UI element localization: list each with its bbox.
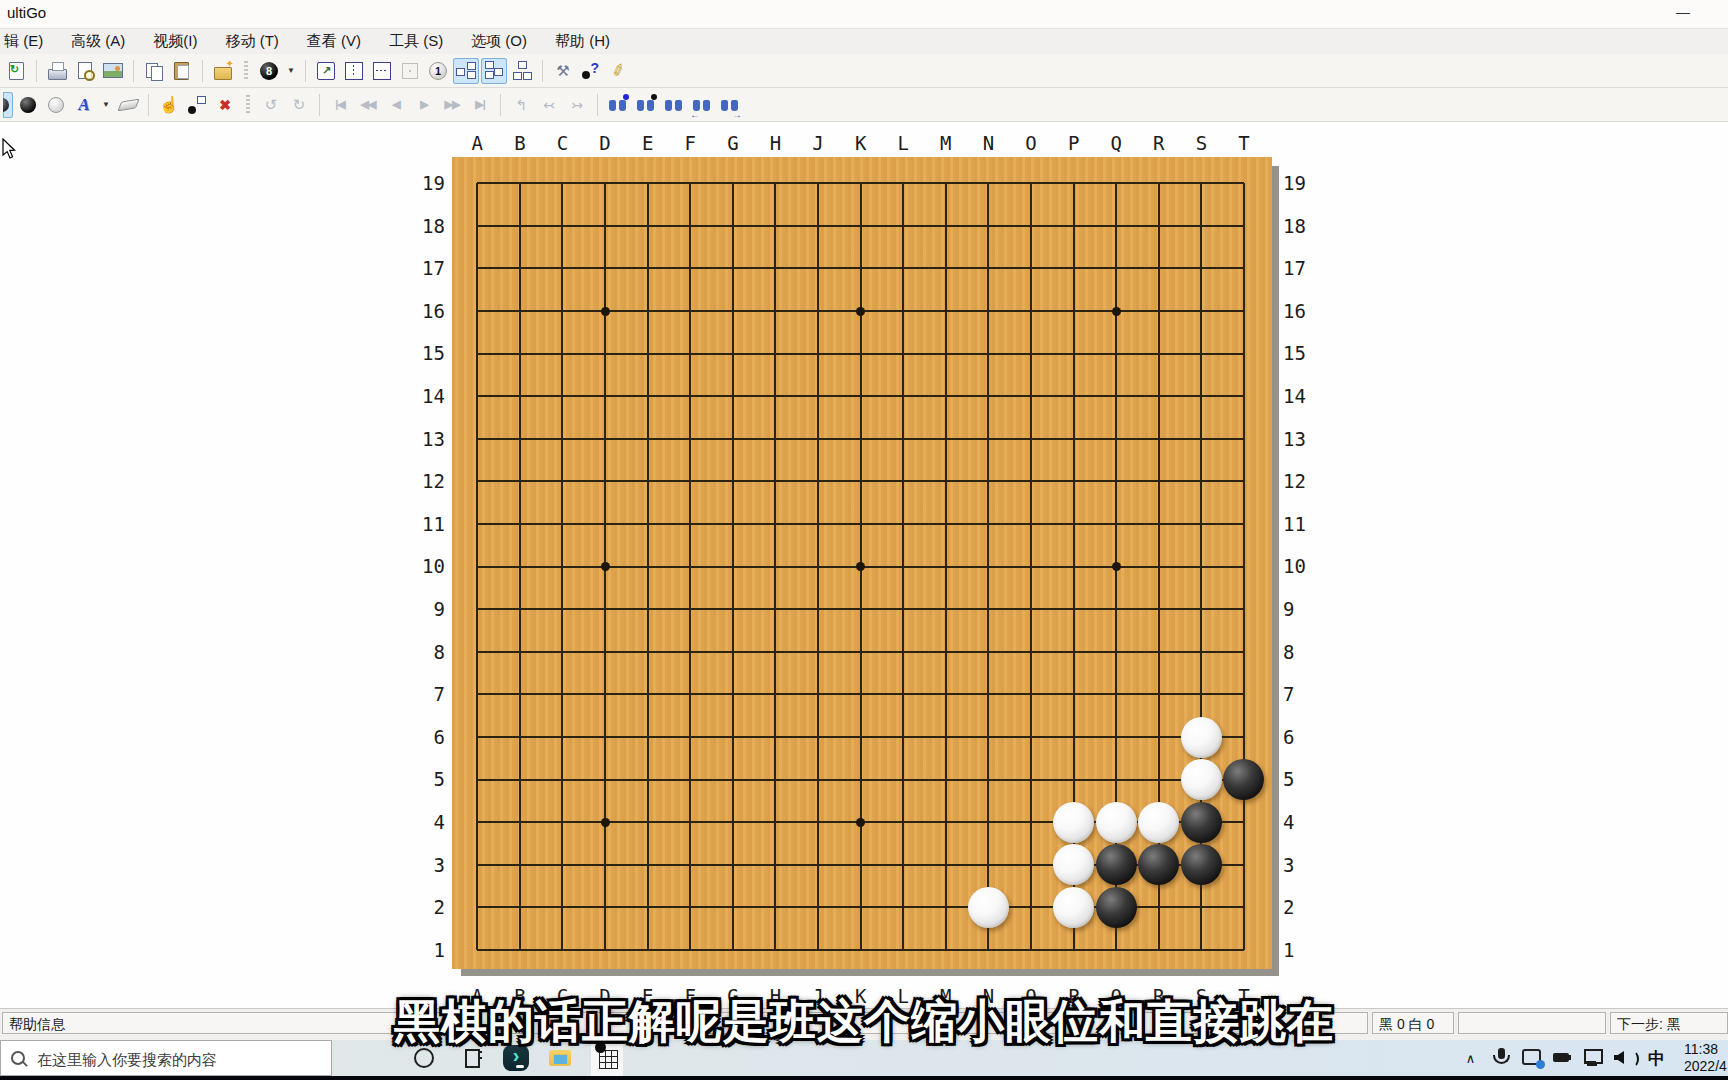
point-K10[interactable] — [839, 545, 882, 588]
point-F5[interactable] — [669, 758, 712, 801]
point-T17[interactable] — [1223, 247, 1266, 290]
point-B3[interactable] — [499, 844, 542, 887]
point-D2[interactable] — [584, 886, 627, 929]
point-L18[interactable] — [882, 205, 925, 248]
point-S6[interactable] — [1180, 716, 1223, 759]
point-O5[interactable] — [1010, 758, 1053, 801]
point-E11[interactable] — [626, 503, 669, 546]
point-L9[interactable] — [882, 588, 925, 631]
point-J8[interactable] — [797, 631, 840, 674]
point-D15[interactable] — [584, 332, 627, 375]
find-comment-button[interactable] — [633, 92, 659, 118]
point-P14[interactable] — [1052, 375, 1095, 418]
point-P19[interactable] — [1052, 162, 1095, 205]
point-C11[interactable] — [541, 503, 584, 546]
point-L7[interactable] — [882, 673, 925, 716]
point-B7[interactable] — [499, 673, 542, 716]
tree-layout-horizontal-button[interactable] — [453, 58, 479, 84]
point-N12[interactable] — [967, 460, 1010, 503]
point-H11[interactable] — [754, 503, 797, 546]
point-T10[interactable] — [1223, 545, 1266, 588]
point-P18[interactable] — [1052, 205, 1095, 248]
point-H19[interactable] — [754, 162, 797, 205]
point-R2[interactable] — [1138, 886, 1181, 929]
point-S17[interactable] — [1180, 247, 1223, 290]
point-J10[interactable] — [797, 545, 840, 588]
point-O19[interactable] — [1010, 162, 1053, 205]
point-N8[interactable] — [967, 631, 1010, 674]
point-A11[interactable] — [456, 503, 499, 546]
point-O9[interactable] — [1010, 588, 1053, 631]
point-S8[interactable] — [1180, 631, 1223, 674]
point-D12[interactable] — [584, 460, 627, 503]
point-F3[interactable] — [669, 844, 712, 887]
eraser-button[interactable] — [115, 92, 141, 118]
point-C8[interactable] — [541, 631, 584, 674]
minimize-button[interactable]: — — [1660, 0, 1706, 27]
point-P9[interactable] — [1052, 588, 1095, 631]
point-K7[interactable] — [839, 673, 882, 716]
point-B4[interactable] — [499, 801, 542, 844]
point-M19[interactable] — [925, 162, 968, 205]
point-B10[interactable] — [499, 545, 542, 588]
point-K19[interactable] — [839, 162, 882, 205]
point-A8[interactable] — [456, 631, 499, 674]
point-L19[interactable] — [882, 162, 925, 205]
point-S1[interactable] — [1180, 929, 1223, 972]
point-E17[interactable] — [626, 247, 669, 290]
point-O7[interactable] — [1010, 673, 1053, 716]
back-button[interactable] — [383, 92, 409, 118]
point-G18[interactable] — [712, 205, 755, 248]
point-N16[interactable] — [967, 290, 1010, 333]
point-E18[interactable] — [626, 205, 669, 248]
point-A19[interactable] — [456, 162, 499, 205]
point-R12[interactable] — [1138, 460, 1181, 503]
point-L11[interactable] — [882, 503, 925, 546]
point-E7[interactable] — [626, 673, 669, 716]
point-B17[interactable] — [499, 247, 542, 290]
point-B5[interactable] — [499, 758, 542, 801]
point-A3[interactable] — [456, 844, 499, 887]
forward-button[interactable] — [411, 92, 437, 118]
point-N15[interactable] — [967, 332, 1010, 375]
point-L4[interactable] — [882, 801, 925, 844]
point-P10[interactable] — [1052, 545, 1095, 588]
point-C19[interactable] — [541, 162, 584, 205]
point-M10[interactable] — [925, 545, 968, 588]
point-B6[interactable] — [499, 716, 542, 759]
point-L12[interactable] — [882, 460, 925, 503]
point-H10[interactable] — [754, 545, 797, 588]
point-E14[interactable] — [626, 375, 669, 418]
point-J4[interactable] — [797, 801, 840, 844]
point-Q8[interactable] — [1095, 631, 1138, 674]
point-G5[interactable] — [712, 758, 755, 801]
point-R9[interactable] — [1138, 588, 1181, 631]
point-P3[interactable] — [1052, 844, 1095, 887]
point-S14[interactable] — [1180, 375, 1223, 418]
point-T1[interactable] — [1223, 929, 1266, 972]
point-E6[interactable] — [626, 716, 669, 759]
point-F4[interactable] — [669, 801, 712, 844]
menu-advanced[interactable]: 高级 (A) — [57, 32, 139, 51]
game-info-button[interactable] — [210, 58, 236, 84]
point-C6[interactable] — [541, 716, 584, 759]
point-K18[interactable] — [839, 205, 882, 248]
point-N14[interactable] — [967, 375, 1010, 418]
point-M6[interactable] — [925, 716, 968, 759]
point-A2[interactable] — [456, 886, 499, 929]
point-G6[interactable] — [712, 716, 755, 759]
point-T8[interactable] — [1223, 631, 1266, 674]
point-M7[interactable] — [925, 673, 968, 716]
point-D16[interactable] — [584, 290, 627, 333]
point-O16[interactable] — [1010, 290, 1053, 333]
point-O17[interactable] — [1010, 247, 1053, 290]
point-H16[interactable] — [754, 290, 797, 333]
point-R7[interactable] — [1138, 673, 1181, 716]
point-N1[interactable] — [967, 929, 1010, 972]
point-H12[interactable] — [754, 460, 797, 503]
point-O1[interactable] — [1010, 929, 1053, 972]
point-J1[interactable] — [797, 929, 840, 972]
point-H9[interactable] — [754, 588, 797, 631]
point-T3[interactable] — [1223, 844, 1266, 887]
point-T19[interactable] — [1223, 162, 1266, 205]
point-O10[interactable] — [1010, 545, 1053, 588]
point-H7[interactable] — [754, 673, 797, 716]
point-N4[interactable] — [967, 801, 1010, 844]
delete-button[interactable] — [212, 92, 238, 118]
point-J2[interactable] — [797, 886, 840, 929]
point-C10[interactable] — [541, 545, 584, 588]
point-P2[interactable] — [1052, 886, 1095, 929]
point-K5[interactable] — [839, 758, 882, 801]
eight-ball-caret[interactable] — [284, 58, 298, 84]
point-M11[interactable] — [925, 503, 968, 546]
point-S3[interactable] — [1180, 844, 1223, 887]
point-A4[interactable] — [456, 801, 499, 844]
point-H17[interactable] — [754, 247, 797, 290]
new-board-button[interactable] — [3, 58, 29, 84]
point-F2[interactable] — [669, 886, 712, 929]
find-next-button[interactable] — [717, 92, 743, 118]
point-F1[interactable] — [669, 929, 712, 972]
pan-hand-button[interactable] — [156, 92, 182, 118]
point-G8[interactable] — [712, 631, 755, 674]
point-M5[interactable] — [925, 758, 968, 801]
point-M14[interactable] — [925, 375, 968, 418]
point-F9[interactable] — [669, 588, 712, 631]
point-B14[interactable] — [499, 375, 542, 418]
find-new-move-button[interactable] — [605, 92, 631, 118]
point-S13[interactable] — [1180, 418, 1223, 461]
tray-chevron-icon[interactable]: ∧ — [1455, 1040, 1486, 1076]
point-R1[interactable] — [1138, 929, 1181, 972]
point-O12[interactable] — [1010, 460, 1053, 503]
point-B16[interactable] — [499, 290, 542, 333]
point-H6[interactable] — [754, 716, 797, 759]
go-to-end-button[interactable] — [467, 92, 493, 118]
context-help-button[interactable] — [578, 58, 604, 84]
point-G14[interactable] — [712, 375, 755, 418]
point-B13[interactable] — [499, 418, 542, 461]
point-H18[interactable] — [754, 205, 797, 248]
point-J13[interactable] — [797, 418, 840, 461]
back-10-moves-button[interactable] — [355, 92, 381, 118]
point-M3[interactable] — [925, 844, 968, 887]
print-preview-button[interactable] — [72, 58, 98, 84]
point-B19[interactable] — [499, 162, 542, 205]
point-C14[interactable] — [541, 375, 584, 418]
point-T15[interactable] — [1223, 332, 1266, 375]
point-P5[interactable] — [1052, 758, 1095, 801]
point-E9[interactable] — [626, 588, 669, 631]
find-previous-button[interactable] — [689, 92, 715, 118]
point-F12[interactable] — [669, 460, 712, 503]
point-S16[interactable] — [1180, 290, 1223, 333]
point-G2[interactable] — [712, 886, 755, 929]
point-M16[interactable] — [925, 290, 968, 333]
point-J19[interactable] — [797, 162, 840, 205]
point-J11[interactable] — [797, 503, 840, 546]
point-S7[interactable] — [1180, 673, 1223, 716]
point-N9[interactable] — [967, 588, 1010, 631]
point-A15[interactable] — [456, 332, 499, 375]
point-T16[interactable] — [1223, 290, 1266, 333]
point-C12[interactable] — [541, 460, 584, 503]
point-S10[interactable] — [1180, 545, 1223, 588]
point-A1[interactable] — [456, 929, 499, 972]
point-Q2[interactable] — [1095, 886, 1138, 929]
point-Q1[interactable] — [1095, 929, 1138, 972]
export-image-button[interactable] — [100, 58, 126, 84]
ime-indicator[interactable]: 中 — [1641, 1040, 1672, 1076]
point-T14[interactable] — [1223, 375, 1266, 418]
point-F18[interactable] — [669, 205, 712, 248]
point-K6[interactable] — [839, 716, 882, 759]
point-T12[interactable] — [1223, 460, 1266, 503]
point-D9[interactable] — [584, 588, 627, 631]
point-L14[interactable] — [882, 375, 925, 418]
point-J14[interactable] — [797, 375, 840, 418]
menu-move[interactable]: 移动 (T) — [212, 32, 293, 51]
point-O4[interactable] — [1010, 801, 1053, 844]
point-E19[interactable] — [626, 162, 669, 205]
point-G11[interactable] — [712, 503, 755, 546]
point-S18[interactable] — [1180, 205, 1223, 248]
point-P4[interactable] — [1052, 801, 1095, 844]
point-D7[interactable] — [584, 673, 627, 716]
point-K3[interactable] — [839, 844, 882, 887]
split-horizontal-button[interactable] — [369, 58, 395, 84]
point-K1[interactable] — [839, 929, 882, 972]
point-P11[interactable] — [1052, 503, 1095, 546]
point-S12[interactable] — [1180, 460, 1223, 503]
point-R5[interactable] — [1138, 758, 1181, 801]
point-L5[interactable] — [882, 758, 925, 801]
point-S9[interactable] — [1180, 588, 1223, 631]
point-C7[interactable] — [541, 673, 584, 716]
point-O3[interactable] — [1010, 844, 1053, 887]
point-Q4[interactable] — [1095, 801, 1138, 844]
tree-view-button[interactable] — [509, 58, 535, 84]
point-D14[interactable] — [584, 375, 627, 418]
point-C5[interactable] — [541, 758, 584, 801]
point-Q19[interactable] — [1095, 162, 1138, 205]
point-Q18[interactable] — [1095, 205, 1138, 248]
rotate-right-button[interactable] — [286, 92, 312, 118]
point-K8[interactable] — [839, 631, 882, 674]
point-M8[interactable] — [925, 631, 968, 674]
point-F8[interactable] — [669, 631, 712, 674]
point-R15[interactable] — [1138, 332, 1181, 375]
point-F11[interactable] — [669, 503, 712, 546]
point-E8[interactable] — [626, 631, 669, 674]
point-O18[interactable] — [1010, 205, 1053, 248]
point-E13[interactable] — [626, 418, 669, 461]
point-R17[interactable] — [1138, 247, 1181, 290]
point-Q16[interactable] — [1095, 290, 1138, 333]
point-E2[interactable] — [626, 886, 669, 929]
point-D19[interactable] — [584, 162, 627, 205]
point-G13[interactable] — [712, 418, 755, 461]
point-C17[interactable] — [541, 247, 584, 290]
point-E12[interactable] — [626, 460, 669, 503]
point-J3[interactable] — [797, 844, 840, 887]
point-J16[interactable] — [797, 290, 840, 333]
point-T4[interactable] — [1223, 801, 1266, 844]
point-T7[interactable] — [1223, 673, 1266, 716]
point-B15[interactable] — [499, 332, 542, 375]
point-Q3[interactable] — [1095, 844, 1138, 887]
point-A6[interactable] — [456, 716, 499, 759]
point-S4[interactable] — [1180, 801, 1223, 844]
point-J6[interactable] — [797, 716, 840, 759]
point-B12[interactable] — [499, 460, 542, 503]
point-O2[interactable] — [1010, 886, 1053, 929]
go-to-start-button[interactable] — [327, 92, 353, 118]
point-T2[interactable] — [1223, 886, 1266, 929]
point-F10[interactable] — [669, 545, 712, 588]
point-M1[interactable] — [925, 929, 968, 972]
point-R8[interactable] — [1138, 631, 1181, 674]
find-button[interactable] — [661, 92, 687, 118]
point-Q9[interactable] — [1095, 588, 1138, 631]
point-F17[interactable] — [669, 247, 712, 290]
point-D10[interactable] — [584, 545, 627, 588]
point-L3[interactable] — [882, 844, 925, 887]
point-N11[interactable] — [967, 503, 1010, 546]
point-G19[interactable] — [712, 162, 755, 205]
point-P15[interactable] — [1052, 332, 1095, 375]
point-F16[interactable] — [669, 290, 712, 333]
point-R4[interactable] — [1138, 801, 1181, 844]
point-H8[interactable] — [754, 631, 797, 674]
point-D17[interactable] — [584, 247, 627, 290]
point-D1[interactable] — [584, 929, 627, 972]
tree-layout-vertical-button[interactable] — [481, 58, 507, 84]
point-K14[interactable] — [839, 375, 882, 418]
point-F14[interactable] — [669, 375, 712, 418]
point-M12[interactable] — [925, 460, 968, 503]
print-button[interactable] — [44, 58, 70, 84]
point-G1[interactable] — [712, 929, 755, 972]
point-L10[interactable] — [882, 545, 925, 588]
point-Q10[interactable] — [1095, 545, 1138, 588]
point-Q12[interactable] — [1095, 460, 1138, 503]
tools-button[interactable] — [550, 58, 576, 84]
point-K15[interactable] — [839, 332, 882, 375]
split-vertical-button[interactable] — [341, 58, 367, 84]
point-T5[interactable] — [1223, 758, 1266, 801]
point-K16[interactable] — [839, 290, 882, 333]
point-N7[interactable] — [967, 673, 1010, 716]
point-N5[interactable] — [967, 758, 1010, 801]
menu-video[interactable]: 视频(I) — [139, 32, 211, 51]
point-B8[interactable] — [499, 631, 542, 674]
point-D6[interactable] — [584, 716, 627, 759]
sync-notification-icon[interactable] — [1517, 1040, 1548, 1076]
point-A17[interactable] — [456, 247, 499, 290]
volume-icon[interactable] — [1610, 1040, 1641, 1076]
point-T6[interactable] — [1223, 716, 1266, 759]
point-J9[interactable] — [797, 588, 840, 631]
menu-tools[interactable]: 工具 (S) — [375, 32, 457, 51]
point-K12[interactable] — [839, 460, 882, 503]
point-J12[interactable] — [797, 460, 840, 503]
white-stone-button[interactable] — [43, 92, 69, 118]
point-A10[interactable] — [456, 545, 499, 588]
point-Q15[interactable] — [1095, 332, 1138, 375]
point-E5[interactable] — [626, 758, 669, 801]
point-L6[interactable] — [882, 716, 925, 759]
point-J17[interactable] — [797, 247, 840, 290]
point-A18[interactable] — [456, 205, 499, 248]
point-J5[interactable] — [797, 758, 840, 801]
point-Q14[interactable] — [1095, 375, 1138, 418]
point-B2[interactable] — [499, 886, 542, 929]
point-K9[interactable] — [839, 588, 882, 631]
point-C18[interactable] — [541, 205, 584, 248]
menu-view[interactable]: 查看 (V) — [293, 32, 375, 51]
point-S5[interactable] — [1180, 758, 1223, 801]
point-D5[interactable] — [584, 758, 627, 801]
point-G7[interactable] — [712, 673, 755, 716]
point-N19[interactable] — [967, 162, 1010, 205]
menu-options[interactable]: 选项 (O) — [457, 32, 541, 51]
point-F15[interactable] — [669, 332, 712, 375]
point-J15[interactable] — [797, 332, 840, 375]
point-P16[interactable] — [1052, 290, 1095, 333]
point-T11[interactable] — [1223, 503, 1266, 546]
point-N13[interactable] — [967, 418, 1010, 461]
point-L13[interactable] — [882, 418, 925, 461]
point-H5[interactable] — [754, 758, 797, 801]
point-S11[interactable] — [1180, 503, 1223, 546]
point-R11[interactable] — [1138, 503, 1181, 546]
point-M4[interactable] — [925, 801, 968, 844]
point-N3[interactable] — [967, 844, 1010, 887]
point-N2[interactable] — [967, 886, 1010, 929]
point-A14[interactable] — [456, 375, 499, 418]
point-B18[interactable] — [499, 205, 542, 248]
point-A16[interactable] — [456, 290, 499, 333]
tree-stone-button[interactable] — [184, 92, 210, 118]
point-A5[interactable] — [456, 758, 499, 801]
edit-mode-button[interactable] — [3, 92, 13, 118]
